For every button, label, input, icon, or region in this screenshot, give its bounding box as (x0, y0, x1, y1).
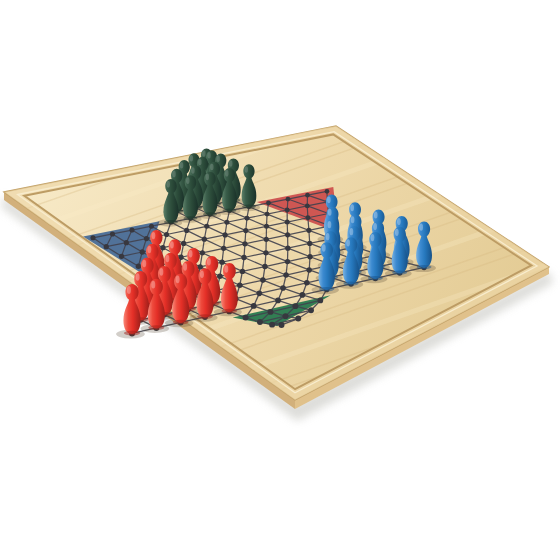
peg-red (221, 263, 238, 313)
peg-green (203, 172, 218, 217)
peg-green (163, 179, 178, 224)
peg-green (222, 168, 237, 212)
peg-green (183, 175, 198, 220)
peg-blue (343, 237, 359, 286)
peg-red (197, 268, 214, 319)
peg-red (172, 274, 189, 325)
peg-blue (367, 232, 383, 280)
product-photo (0, 0, 560, 560)
peg-green (242, 164, 257, 208)
peg-red (148, 279, 165, 330)
peg-blue (392, 227, 408, 275)
chinese-checkers-board (0, 0, 560, 560)
peg-blue (319, 242, 335, 291)
peg-red (123, 284, 140, 336)
peg-blue (416, 222, 432, 270)
